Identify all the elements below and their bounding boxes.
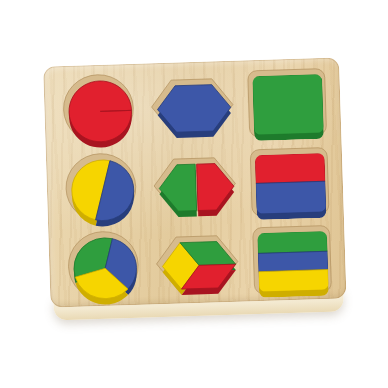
piece-hexagon-halves[interactable]	[151, 147, 243, 228]
board-cell-r3c1	[60, 229, 152, 310]
green-square-piece[interactable]	[257, 231, 327, 254]
red-square-piece[interactable]	[254, 153, 325, 183]
board-face	[43, 57, 346, 307]
board-cell-r1c2	[149, 69, 241, 150]
piece-hexagon-thirds[interactable]	[154, 226, 246, 307]
piece-circle-halves[interactable]	[58, 150, 150, 231]
piece-square-thirds[interactable]	[247, 223, 339, 304]
shape-grid	[55, 66, 338, 292]
board-cell-r3c2	[154, 226, 246, 307]
piece-square-halves[interactable]	[244, 144, 336, 225]
board-cell-r2c3	[244, 144, 336, 225]
board-cell-r2c2	[151, 147, 243, 228]
blue-square-piece[interactable]	[255, 181, 326, 214]
board-cell-r1c1	[55, 72, 147, 153]
yellow-square-piece[interactable]	[258, 270, 328, 293]
piece-circle-whole[interactable]	[55, 72, 147, 153]
board-cell-r1c3	[242, 66, 334, 147]
piece-square-whole[interactable]	[242, 66, 334, 147]
red-hexagon-piece[interactable]	[197, 163, 235, 211]
green-square-piece[interactable]	[252, 74, 323, 135]
piece-hexagon-whole[interactable]	[149, 69, 241, 150]
blue-square-piece[interactable]	[258, 251, 328, 271]
green-hexagon-piece[interactable]	[159, 164, 197, 212]
puzzle-board	[43, 57, 347, 320]
product-photo-stage	[0, 0, 388, 388]
board-cell-r3c3	[247, 223, 339, 304]
board-cell-r2c1	[58, 150, 150, 231]
piece-circle-thirds[interactable]	[60, 229, 152, 310]
